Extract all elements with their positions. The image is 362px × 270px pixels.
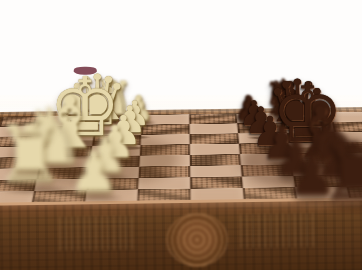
piece-white-pawn: ♟ [69, 144, 119, 200]
piece-white-rook: ♜ [0, 115, 65, 193]
pieces-layer: ♜♞♝♚♛♝♞♜♟♟♟♟♟♟♟♟♟♟♟♟♟♟♟♟♜♞♝♚♛♝♞♜ [0, 0, 362, 270]
piece-black-rook: ♜ [319, 133, 362, 211]
chess-set-photo: ♜♞♝♚♛♝♞♜♟♟♟♟♟♟♟♟♟♟♟♟♟♟♟♟♜♞♝♚♛♝♞♜ [0, 0, 362, 270]
